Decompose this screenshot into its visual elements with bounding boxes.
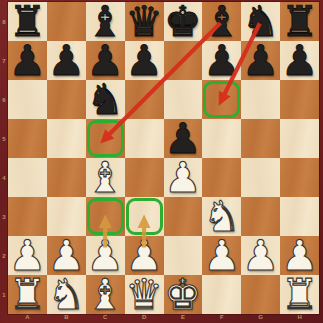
square-f5[interactable] <box>202 119 241 158</box>
rank-label-2: 2 <box>0 252 8 260</box>
square-h1[interactable]: ♜ <box>280 275 319 314</box>
white-rook[interactable]: ♜ <box>281 275 319 314</box>
square-b5[interactable] <box>47 119 86 158</box>
rank-label-5: 5 <box>0 135 8 143</box>
square-f6[interactable] <box>202 80 241 119</box>
square-f7[interactable]: ♟ <box>202 41 241 80</box>
square-h4[interactable] <box>280 158 319 197</box>
square-d5[interactable] <box>125 119 164 158</box>
rank-label-6: 6 <box>0 96 8 104</box>
black-knight[interactable]: ♞ <box>86 80 124 119</box>
square-a1[interactable]: ♜ <box>8 275 47 314</box>
square-d4[interactable] <box>125 158 164 197</box>
square-g4[interactable] <box>241 158 280 197</box>
rank-label-1: 1 <box>0 291 8 299</box>
square-e1[interactable]: ♚ <box>164 275 203 314</box>
highlight-c3 <box>87 198 124 235</box>
file-label-G: G <box>256 313 266 321</box>
square-e3[interactable] <box>164 197 203 236</box>
square-e8[interactable]: ♚ <box>164 2 203 41</box>
square-b7[interactable]: ♟ <box>47 41 86 80</box>
square-d7[interactable]: ♟ <box>125 41 164 80</box>
square-g7[interactable]: ♟ <box>241 41 280 80</box>
white-pawn[interactable]: ♟ <box>164 158 202 197</box>
white-king[interactable]: ♚ <box>164 275 202 314</box>
black-king[interactable]: ♚ <box>164 2 202 41</box>
chess-board: ♜♝♛♚♝♞♜♟♟♟♟♟♟♟♞♟♝♟♞♟♟♟♟♟♟♟♜♞♝♛♚♜ <box>8 2 319 314</box>
rank-label-3: 3 <box>0 213 8 221</box>
square-b1[interactable]: ♞ <box>47 275 86 314</box>
square-b6[interactable] <box>47 80 86 119</box>
white-bishop[interactable]: ♝ <box>86 158 124 197</box>
square-e7[interactable] <box>164 41 203 80</box>
white-bishop[interactable]: ♝ <box>86 275 124 314</box>
square-c4[interactable]: ♝ <box>86 158 125 197</box>
square-b4[interactable] <box>47 158 86 197</box>
square-g2[interactable]: ♟ <box>241 236 280 275</box>
square-a6[interactable] <box>8 80 47 119</box>
square-h7[interactable]: ♟ <box>280 41 319 80</box>
black-pawn[interactable]: ♟ <box>203 41 241 80</box>
square-d1[interactable]: ♛ <box>125 275 164 314</box>
black-pawn[interactable]: ♟ <box>242 41 280 80</box>
black-pawn[interactable]: ♟ <box>9 41 47 80</box>
square-h5[interactable] <box>280 119 319 158</box>
square-f1[interactable] <box>202 275 241 314</box>
black-pawn[interactable]: ♟ <box>281 41 319 80</box>
highlight-d3 <box>126 198 163 235</box>
square-d6[interactable] <box>125 80 164 119</box>
white-pawn[interactable]: ♟ <box>203 236 241 275</box>
black-pawn[interactable]: ♟ <box>47 41 85 80</box>
file-label-F: F <box>217 313 227 321</box>
square-g1[interactable] <box>241 275 280 314</box>
rank-label-7: 7 <box>0 57 8 65</box>
square-f2[interactable]: ♟ <box>202 236 241 275</box>
square-c6[interactable]: ♞ <box>86 80 125 119</box>
chess-board-frame: ♜♝♛♚♝♞♜♟♟♟♟♟♟♟♞♟♝♟♞♟♟♟♟♟♟♟♜♞♝♛♚♜ 8765432… <box>0 0 323 323</box>
square-a7[interactable]: ♟ <box>8 41 47 80</box>
square-g5[interactable] <box>241 119 280 158</box>
white-rook[interactable]: ♜ <box>9 275 47 314</box>
highlight-c5 <box>87 120 124 157</box>
square-e4[interactable]: ♟ <box>164 158 203 197</box>
highlight-f6 <box>203 81 240 118</box>
white-knight[interactable]: ♞ <box>47 275 85 314</box>
white-queen[interactable]: ♛ <box>125 275 163 314</box>
square-h6[interactable] <box>280 80 319 119</box>
white-pawn[interactable]: ♟ <box>242 236 280 275</box>
rank-label-8: 8 <box>0 18 8 26</box>
square-a4[interactable] <box>8 158 47 197</box>
square-c1[interactable]: ♝ <box>86 275 125 314</box>
square-g6[interactable] <box>241 80 280 119</box>
black-pawn[interactable]: ♟ <box>125 41 163 80</box>
square-a5[interactable] <box>8 119 47 158</box>
rank-label-4: 4 <box>0 174 8 182</box>
